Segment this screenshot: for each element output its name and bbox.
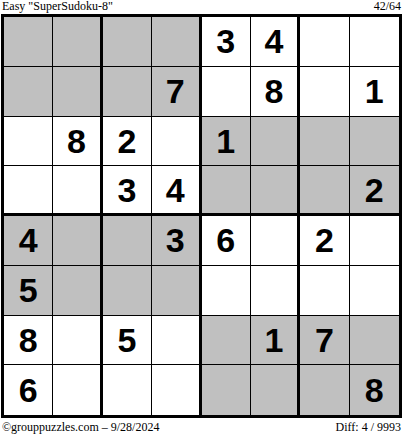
cell-r7c7: 7 <box>300 316 349 366</box>
cell-r6c4[interactable] <box>152 266 201 316</box>
cell-r2c8: 1 <box>350 67 399 117</box>
cell-r2c1[interactable] <box>4 67 53 117</box>
cell-r5c8[interactable] <box>350 216 399 266</box>
cell-r5c6[interactable] <box>251 216 300 266</box>
cell-r8c3[interactable] <box>103 365 152 415</box>
cell-r6c6[interactable] <box>251 266 300 316</box>
cell-r2c3[interactable] <box>103 67 152 117</box>
cell-r2c7[interactable] <box>300 67 349 117</box>
cell-r4c7[interactable] <box>300 166 349 216</box>
cell-r3c8[interactable] <box>350 117 399 167</box>
cell-r2c4: 7 <box>152 67 201 117</box>
cell-r6c1: 5 <box>4 266 53 316</box>
cell-r8c1: 6 <box>4 365 53 415</box>
cell-r3c3: 2 <box>103 117 152 167</box>
cell-r3c2: 8 <box>53 117 102 167</box>
cell-r1c8[interactable] <box>350 17 399 67</box>
cell-r7c6: 1 <box>251 316 300 366</box>
cell-r6c2[interactable] <box>53 266 102 316</box>
cell-r5c7: 2 <box>300 216 349 266</box>
cell-r1c1[interactable] <box>4 17 53 67</box>
cell-r1c3[interactable] <box>103 17 152 67</box>
cell-r7c8[interactable] <box>350 316 399 366</box>
sudoku-board: 3478182134243625851768 <box>1 14 402 418</box>
cell-r5c4: 3 <box>152 216 201 266</box>
cell-r3c7[interactable] <box>300 117 349 167</box>
cell-r3c5: 1 <box>202 117 251 167</box>
cell-r1c7[interactable] <box>300 17 349 67</box>
cell-r4c3: 3 <box>103 166 152 216</box>
cell-r8c4[interactable] <box>152 365 201 415</box>
cell-r7c4[interactable] <box>152 316 201 366</box>
cell-r1c5: 3 <box>202 17 251 67</box>
copyright-text: ©grouppuzzles.com – 9/28/2024 <box>2 421 159 434</box>
cell-r2c6: 8 <box>251 67 300 117</box>
cell-r3c6[interactable] <box>251 117 300 167</box>
cell-r3c1[interactable] <box>4 117 53 167</box>
cell-r2c2[interactable] <box>53 67 102 117</box>
cell-r7c3: 5 <box>103 316 152 366</box>
cell-r6c5[interactable] <box>202 266 251 316</box>
cell-r4c2[interactable] <box>53 166 102 216</box>
page-title: Easy "SuperSudoku-8" <box>2 0 113 13</box>
cell-r1c2[interactable] <box>53 17 102 67</box>
cell-r4c8: 2 <box>350 166 399 216</box>
cell-r7c1: 8 <box>4 316 53 366</box>
cell-r2c5[interactable] <box>202 67 251 117</box>
cell-r8c2[interactable] <box>53 365 102 415</box>
puzzle-page: Easy "SuperSudoku-8" 42/64 3478182134243… <box>0 0 403 437</box>
cell-r3c4[interactable] <box>152 117 201 167</box>
cell-r5c5: 6 <box>202 216 251 266</box>
cell-r4c6[interactable] <box>251 166 300 216</box>
cell-r5c3[interactable] <box>103 216 152 266</box>
cell-r5c1: 4 <box>4 216 53 266</box>
cell-r8c8: 8 <box>350 365 399 415</box>
cell-r6c8[interactable] <box>350 266 399 316</box>
cell-r7c2[interactable] <box>53 316 102 366</box>
cell-r4c4: 4 <box>152 166 201 216</box>
cell-r8c5[interactable] <box>202 365 251 415</box>
difficulty-text: Diff: 4 / 9993 <box>336 421 401 434</box>
cell-r4c1[interactable] <box>4 166 53 216</box>
cell-r8c7[interactable] <box>300 365 349 415</box>
footer-bar: ©grouppuzzles.com – 9/28/2024 Diff: 4 / … <box>2 420 401 434</box>
cell-r6c3[interactable] <box>103 266 152 316</box>
cell-r1c6: 4 <box>251 17 300 67</box>
cell-r4c5[interactable] <box>202 166 251 216</box>
blank-counter: 42/64 <box>374 0 401 13</box>
cell-r1c4[interactable] <box>152 17 201 67</box>
cell-r8c6[interactable] <box>251 365 300 415</box>
cell-r6c7[interactable] <box>300 266 349 316</box>
header-bar: Easy "SuperSudoku-8" 42/64 <box>2 0 401 14</box>
cell-r7c5[interactable] <box>202 316 251 366</box>
cell-r5c2[interactable] <box>53 216 102 266</box>
